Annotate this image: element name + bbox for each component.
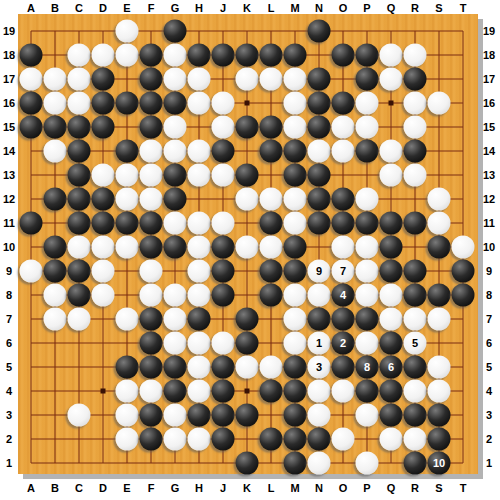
white-stone-M11[interactable] — [284, 212, 307, 235]
black-stone-K18[interactable] — [236, 44, 259, 67]
black-stone-G10[interactable] — [164, 236, 187, 259]
black-stone-S2[interactable] — [428, 428, 451, 451]
black-stone-F16[interactable] — [140, 92, 163, 115]
black-stone-R1[interactable] — [404, 452, 427, 475]
white-stone-J6[interactable] — [212, 332, 235, 355]
go-game-screenshot: AABBCCDDEEFFGGHHJJKKLLMMNNOOPPQQRRSSTT19… — [0, 0, 500, 500]
black-stone-A16[interactable] — [20, 92, 43, 115]
black-stone-G19[interactable] — [164, 20, 187, 43]
white-stone-N14[interactable] — [308, 140, 331, 163]
black-stone-G13[interactable] — [164, 164, 187, 187]
col-label-bottom-F: F — [148, 482, 155, 494]
white-stone-J15[interactable] — [212, 116, 235, 139]
white-stone-S16[interactable] — [428, 92, 451, 115]
white-stone-L5[interactable] — [260, 356, 283, 379]
white-stone-C3[interactable] — [68, 404, 91, 427]
white-stone-H13[interactable] — [188, 164, 211, 187]
white-stone-P3[interactable] — [356, 404, 379, 427]
black-stone-B15[interactable] — [44, 116, 67, 139]
black-stone-B12[interactable] — [44, 188, 67, 211]
white-stone-F4[interactable] — [140, 380, 163, 403]
white-stone-P15[interactable] — [356, 116, 379, 139]
white-stone-S4[interactable] — [428, 380, 451, 403]
white-stone-B8[interactable] — [44, 284, 67, 307]
black-stone-E14[interactable] — [116, 140, 139, 163]
black-stone-J14[interactable] — [212, 140, 235, 163]
black-stone-M10[interactable] — [284, 236, 307, 259]
move-number-8: 8 — [364, 362, 370, 373]
white-stone-Q7[interactable] — [380, 308, 403, 331]
white-stone-D13[interactable] — [92, 164, 115, 187]
black-stone-L18[interactable] — [260, 44, 283, 67]
black-stone-K3[interactable] — [236, 404, 259, 427]
white-stone-G11[interactable] — [164, 212, 187, 235]
black-stone-F2[interactable] — [140, 428, 163, 451]
black-stone-F3[interactable] — [140, 404, 163, 427]
black-stone-L9[interactable] — [260, 260, 283, 283]
black-stone-P5[interactable]: 8 — [356, 356, 379, 379]
black-stone-M14[interactable] — [284, 140, 307, 163]
white-stone-M17[interactable] — [284, 68, 307, 91]
col-label-bottom-A: A — [27, 482, 35, 494]
black-stone-M9[interactable] — [284, 260, 307, 283]
white-stone-D10[interactable] — [92, 236, 115, 259]
row-label-left-12: 12 — [3, 193, 15, 205]
row-label-left-3: 3 — [6, 409, 12, 421]
black-stone-S10[interactable] — [428, 236, 451, 259]
row-label-right-7: 7 — [486, 313, 492, 325]
white-stone-E10[interactable] — [116, 236, 139, 259]
black-stone-O11[interactable] — [332, 212, 355, 235]
white-stone-M8[interactable] — [284, 284, 307, 307]
black-stone-M2[interactable] — [284, 428, 307, 451]
black-stone-F6[interactable] — [140, 332, 163, 355]
black-stone-E16[interactable] — [116, 92, 139, 115]
row-label-right-12: 12 — [483, 193, 495, 205]
white-stone-S11[interactable] — [428, 212, 451, 235]
black-stone-K13[interactable] — [236, 164, 259, 187]
move-number-5: 5 — [412, 338, 418, 349]
white-stone-H9[interactable] — [188, 260, 211, 283]
black-stone-B9[interactable] — [44, 260, 67, 283]
white-stone-D9[interactable] — [92, 260, 115, 283]
white-stone-L10[interactable] — [260, 236, 283, 259]
black-stone-M13[interactable] — [284, 164, 307, 187]
black-stone-C11[interactable] — [68, 212, 91, 235]
black-stone-J10[interactable] — [212, 236, 235, 259]
black-stone-O16[interactable] — [332, 92, 355, 115]
black-stone-F17[interactable] — [140, 68, 163, 91]
col-label-top-D: D — [99, 2, 107, 14]
black-stone-S8[interactable] — [428, 284, 451, 307]
black-stone-F10[interactable] — [140, 236, 163, 259]
col-label-top-G: G — [171, 2, 180, 14]
white-stone-Q14[interactable] — [380, 140, 403, 163]
white-stone-H10[interactable] — [188, 236, 211, 259]
black-stone-O12[interactable] — [332, 188, 355, 211]
col-label-top-J: J — [220, 2, 226, 14]
black-stone-N11[interactable] — [308, 212, 331, 235]
white-stone-G18[interactable] — [164, 44, 187, 67]
black-stone-L11[interactable] — [260, 212, 283, 235]
white-stone-B16[interactable] — [44, 92, 67, 115]
white-stone-H11[interactable] — [188, 212, 211, 235]
black-stone-G16[interactable] — [164, 92, 187, 115]
white-stone-G7[interactable] — [164, 308, 187, 331]
white-stone-E2[interactable] — [116, 428, 139, 451]
black-stone-D12[interactable] — [92, 188, 115, 211]
white-stone-Q13[interactable] — [380, 164, 403, 187]
white-stone-S7[interactable] — [428, 308, 451, 331]
black-stone-Q4[interactable] — [380, 380, 403, 403]
col-label-top-E: E — [123, 2, 130, 14]
black-stone-N16[interactable] — [308, 92, 331, 115]
black-stone-L15[interactable] — [260, 116, 283, 139]
black-stone-D11[interactable] — [92, 212, 115, 235]
black-stone-R14[interactable] — [404, 140, 427, 163]
black-stone-J2[interactable] — [212, 428, 235, 451]
black-stone-H18[interactable] — [188, 44, 211, 67]
black-stone-N15[interactable] — [308, 116, 331, 139]
white-stone-B7[interactable] — [44, 308, 67, 331]
white-stone-G14[interactable] — [164, 140, 187, 163]
black-stone-P17[interactable] — [356, 68, 379, 91]
black-stone-Q10[interactable] — [380, 236, 403, 259]
black-stone-N19[interactable] — [308, 20, 331, 43]
white-stone-P12[interactable] — [356, 188, 379, 211]
col-label-top-N: N — [315, 2, 323, 14]
col-label-bottom-R: R — [411, 482, 419, 494]
black-stone-L2[interactable] — [260, 428, 283, 451]
move-number-7: 7 — [340, 266, 346, 277]
black-stone-T8[interactable] — [452, 284, 475, 307]
white-stone-R2[interactable] — [404, 428, 427, 451]
col-label-bottom-O: O — [339, 482, 348, 494]
white-stone-P6[interactable] — [356, 332, 379, 355]
white-stone-F13[interactable] — [140, 164, 163, 187]
black-stone-C15[interactable] — [68, 116, 91, 139]
black-stone-H3[interactable] — [188, 404, 211, 427]
white-stone-O15[interactable] — [332, 116, 355, 139]
white-stone-G3[interactable] — [164, 404, 187, 427]
white-stone-F14[interactable] — [140, 140, 163, 163]
black-stone-L4[interactable] — [260, 380, 283, 403]
col-label-bottom-K: K — [243, 482, 251, 494]
row-label-left-13: 13 — [3, 169, 15, 181]
black-stone-S1[interactable]: 10 — [428, 452, 451, 475]
black-stone-P18[interactable] — [356, 44, 379, 67]
white-stone-H6[interactable] — [188, 332, 211, 355]
black-stone-F5[interactable] — [140, 356, 163, 379]
white-stone-O2[interactable] — [332, 428, 355, 451]
black-stone-Q3[interactable] — [380, 404, 403, 427]
white-stone-B17[interactable] — [44, 68, 67, 91]
white-stone-J16[interactable] — [212, 92, 235, 115]
black-stone-L14[interactable] — [260, 140, 283, 163]
black-stone-Q11[interactable] — [380, 212, 403, 235]
black-stone-O7[interactable] — [332, 308, 355, 331]
black-stone-M5[interactable] — [284, 356, 307, 379]
row-label-right-5: 5 — [486, 361, 492, 373]
black-stone-C14[interactable] — [68, 140, 91, 163]
white-stone-O10[interactable] — [332, 236, 355, 259]
row-label-right-10: 10 — [483, 241, 495, 253]
black-stone-J8[interactable] — [212, 284, 235, 307]
white-stone-R16[interactable] — [404, 92, 427, 115]
col-label-bottom-N: N — [315, 482, 323, 494]
row-label-left-6: 6 — [6, 337, 12, 349]
star-point — [389, 101, 394, 106]
white-stone-K10[interactable] — [236, 236, 259, 259]
white-stone-Q2[interactable] — [380, 428, 403, 451]
white-stone-B14[interactable] — [44, 140, 67, 163]
white-stone-O9[interactable]: 7 — [332, 260, 355, 283]
white-stone-H8[interactable] — [188, 284, 211, 307]
col-label-bottom-S: S — [435, 482, 442, 494]
white-stone-P9[interactable] — [356, 260, 379, 283]
white-stone-N1[interactable] — [308, 452, 331, 475]
white-stone-M16[interactable] — [284, 92, 307, 115]
white-stone-G17[interactable] — [164, 68, 187, 91]
white-stone-F9[interactable] — [140, 260, 163, 283]
row-label-left-16: 16 — [3, 97, 15, 109]
black-stone-A18[interactable] — [20, 44, 43, 67]
col-label-top-S: S — [435, 2, 442, 14]
col-label-top-B: B — [51, 2, 59, 14]
white-stone-C7[interactable] — [68, 308, 91, 331]
black-stone-O6[interactable]: 2 — [332, 332, 355, 355]
white-stone-K12[interactable] — [236, 188, 259, 211]
move-number-2: 2 — [340, 338, 346, 349]
black-stone-K6[interactable] — [236, 332, 259, 355]
white-stone-F12[interactable] — [140, 188, 163, 211]
black-stone-N2[interactable] — [308, 428, 331, 451]
row-label-left-15: 15 — [3, 121, 15, 133]
black-stone-M4[interactable] — [284, 380, 307, 403]
move-number-9: 9 — [316, 266, 322, 277]
white-stone-G6[interactable] — [164, 332, 187, 355]
white-stone-H5[interactable] — [188, 356, 211, 379]
white-stone-L17[interactable] — [260, 68, 283, 91]
black-stone-R11[interactable] — [404, 212, 427, 235]
row-label-right-3: 3 — [486, 409, 492, 421]
black-stone-J4[interactable] — [212, 380, 235, 403]
white-stone-N9[interactable]: 9 — [308, 260, 331, 283]
row-label-left-5: 5 — [6, 361, 12, 373]
row-label-right-4: 4 — [486, 385, 492, 397]
white-stone-H17[interactable] — [188, 68, 211, 91]
white-stone-G8[interactable] — [164, 284, 187, 307]
black-stone-C12[interactable] — [68, 188, 91, 211]
white-stone-K5[interactable] — [236, 356, 259, 379]
white-stone-H14[interactable] — [188, 140, 211, 163]
black-stone-P4[interactable] — [356, 380, 379, 403]
white-stone-O4[interactable] — [332, 380, 355, 403]
white-stone-A17[interactable] — [20, 68, 43, 91]
black-stone-N7[interactable] — [308, 308, 331, 331]
white-stone-Q18[interactable] — [380, 44, 403, 67]
row-label-right-9: 9 — [486, 265, 492, 277]
white-stone-R4[interactable] — [404, 380, 427, 403]
black-stone-C8[interactable] — [68, 284, 91, 307]
col-label-bottom-P: P — [363, 482, 370, 494]
white-stone-R18[interactable] — [404, 44, 427, 67]
white-stone-E19[interactable] — [116, 20, 139, 43]
black-stone-D16[interactable] — [92, 92, 115, 115]
black-stone-D17[interactable] — [92, 68, 115, 91]
black-stone-A11[interactable] — [20, 212, 43, 235]
black-stone-P11[interactable] — [356, 212, 379, 235]
black-stone-L8[interactable] — [260, 284, 283, 307]
black-stone-D15[interactable] — [92, 116, 115, 139]
black-stone-R17[interactable] — [404, 68, 427, 91]
row-label-left-11: 11 — [3, 217, 15, 229]
white-stone-N3[interactable] — [308, 404, 331, 427]
white-stone-D8[interactable] — [92, 284, 115, 307]
black-stone-Q9[interactable] — [380, 260, 403, 283]
black-stone-S3[interactable] — [428, 404, 451, 427]
white-stone-E13[interactable] — [116, 164, 139, 187]
black-stone-R8[interactable] — [404, 284, 427, 307]
black-stone-K7[interactable] — [236, 308, 259, 331]
white-stone-N5[interactable]: 3 — [308, 356, 331, 379]
white-stone-Q17[interactable] — [380, 68, 403, 91]
white-stone-H2[interactable] — [188, 428, 211, 451]
col-label-top-A: A — [27, 2, 35, 14]
black-stone-P14[interactable] — [356, 140, 379, 163]
white-stone-C18[interactable] — [68, 44, 91, 67]
white-stone-R13[interactable] — [404, 164, 427, 187]
move-number-6: 6 — [388, 362, 394, 373]
white-stone-P1[interactable] — [356, 452, 379, 475]
black-stone-E5[interactable] — [116, 356, 139, 379]
white-stone-P8[interactable] — [356, 284, 379, 307]
white-stone-L12[interactable] — [260, 188, 283, 211]
row-label-right-15: 15 — [483, 121, 495, 133]
black-stone-G4[interactable] — [164, 380, 187, 403]
black-stone-G12[interactable] — [164, 188, 187, 211]
black-stone-E11[interactable] — [116, 212, 139, 235]
black-stone-J18[interactable] — [212, 44, 235, 67]
black-stone-C13[interactable] — [68, 164, 91, 187]
white-stone-S12[interactable] — [428, 188, 451, 211]
row-label-left-2: 2 — [6, 433, 12, 445]
black-stone-T9[interactable] — [452, 260, 475, 283]
black-stone-M18[interactable] — [284, 44, 307, 67]
black-stone-M1[interactable] — [284, 452, 307, 475]
white-stone-D18[interactable] — [92, 44, 115, 67]
black-stone-N13[interactable] — [308, 164, 331, 187]
white-stone-H16[interactable] — [188, 92, 211, 115]
white-stone-N8[interactable] — [308, 284, 331, 307]
black-stone-R3[interactable] — [404, 404, 427, 427]
white-stone-C16[interactable] — [68, 92, 91, 115]
row-label-left-4: 4 — [6, 385, 12, 397]
row-label-left-9: 9 — [6, 265, 12, 277]
black-stone-Q6[interactable] — [380, 332, 403, 355]
white-stone-R15[interactable] — [404, 116, 427, 139]
white-stone-P16[interactable] — [356, 92, 379, 115]
white-stone-M7[interactable] — [284, 308, 307, 331]
white-stone-C10[interactable] — [68, 236, 91, 259]
black-stone-R9[interactable] — [404, 260, 427, 283]
white-stone-N4[interactable] — [308, 380, 331, 403]
white-stone-E18[interactable] — [116, 44, 139, 67]
black-stone-O5[interactable] — [332, 356, 355, 379]
white-stone-M12[interactable] — [284, 188, 307, 211]
white-stone-J11[interactable] — [212, 212, 235, 235]
black-stone-G5[interactable] — [164, 356, 187, 379]
col-label-bottom-T: T — [460, 482, 467, 494]
white-stone-M6[interactable] — [284, 332, 307, 355]
white-stone-T10[interactable] — [452, 236, 475, 259]
black-stone-F7[interactable] — [140, 308, 163, 331]
row-label-right-1: 1 — [486, 457, 492, 469]
white-stone-H4[interactable] — [188, 380, 211, 403]
white-stone-K17[interactable] — [236, 68, 259, 91]
black-stone-Q5[interactable]: 6 — [380, 356, 403, 379]
black-stone-F18[interactable] — [140, 44, 163, 67]
white-stone-O14[interactable] — [332, 140, 355, 163]
white-stone-M15[interactable] — [284, 116, 307, 139]
white-stone-S5[interactable] — [428, 356, 451, 379]
white-stone-G15[interactable] — [164, 116, 187, 139]
black-stone-F11[interactable] — [140, 212, 163, 235]
black-stone-A15[interactable] — [20, 116, 43, 139]
black-stone-C9[interactable] — [68, 260, 91, 283]
black-stone-M3[interactable] — [284, 404, 307, 427]
white-stone-E7[interactable] — [116, 308, 139, 331]
black-stone-K1[interactable] — [236, 452, 259, 475]
black-stone-H7[interactable] — [188, 308, 211, 331]
black-stone-N17[interactable] — [308, 68, 331, 91]
black-stone-O8[interactable]: 4 — [332, 284, 355, 307]
white-stone-G2[interactable] — [164, 428, 187, 451]
white-stone-E4[interactable] — [116, 380, 139, 403]
white-stone-Q8[interactable] — [380, 284, 403, 307]
black-stone-N12[interactable] — [308, 188, 331, 211]
col-label-bottom-D: D — [99, 482, 107, 494]
black-stone-J5[interactable] — [212, 356, 235, 379]
black-stone-K15[interactable] — [236, 116, 259, 139]
black-stone-J9[interactable] — [212, 260, 235, 283]
white-stone-E3[interactable] — [116, 404, 139, 427]
white-stone-E12[interactable] — [116, 188, 139, 211]
col-label-top-Q: Q — [387, 2, 396, 14]
col-label-bottom-C: C — [75, 482, 83, 494]
white-stone-C17[interactable] — [68, 68, 91, 91]
black-stone-O18[interactable] — [332, 44, 355, 67]
white-stone-A9[interactable] — [20, 260, 43, 283]
white-stone-F8[interactable] — [140, 284, 163, 307]
move-number-1: 1 — [316, 338, 322, 349]
white-stone-J13[interactable] — [212, 164, 235, 187]
black-stone-P7[interactable] — [356, 308, 379, 331]
white-stone-N6[interactable]: 1 — [308, 332, 331, 355]
black-stone-B10[interactable] — [44, 236, 67, 259]
col-label-bottom-G: G — [171, 482, 180, 494]
black-stone-F15[interactable] — [140, 116, 163, 139]
black-stone-R5[interactable] — [404, 356, 427, 379]
star-point — [245, 101, 250, 106]
white-stone-R7[interactable] — [404, 308, 427, 331]
row-label-right-16: 16 — [483, 97, 495, 109]
white-stone-R6[interactable]: 5 — [404, 332, 427, 355]
black-stone-J3[interactable] — [212, 404, 235, 427]
col-label-bottom-Q: Q — [387, 482, 396, 494]
row-label-right-6: 6 — [486, 337, 492, 349]
white-stone-P10[interactable] — [356, 236, 379, 259]
